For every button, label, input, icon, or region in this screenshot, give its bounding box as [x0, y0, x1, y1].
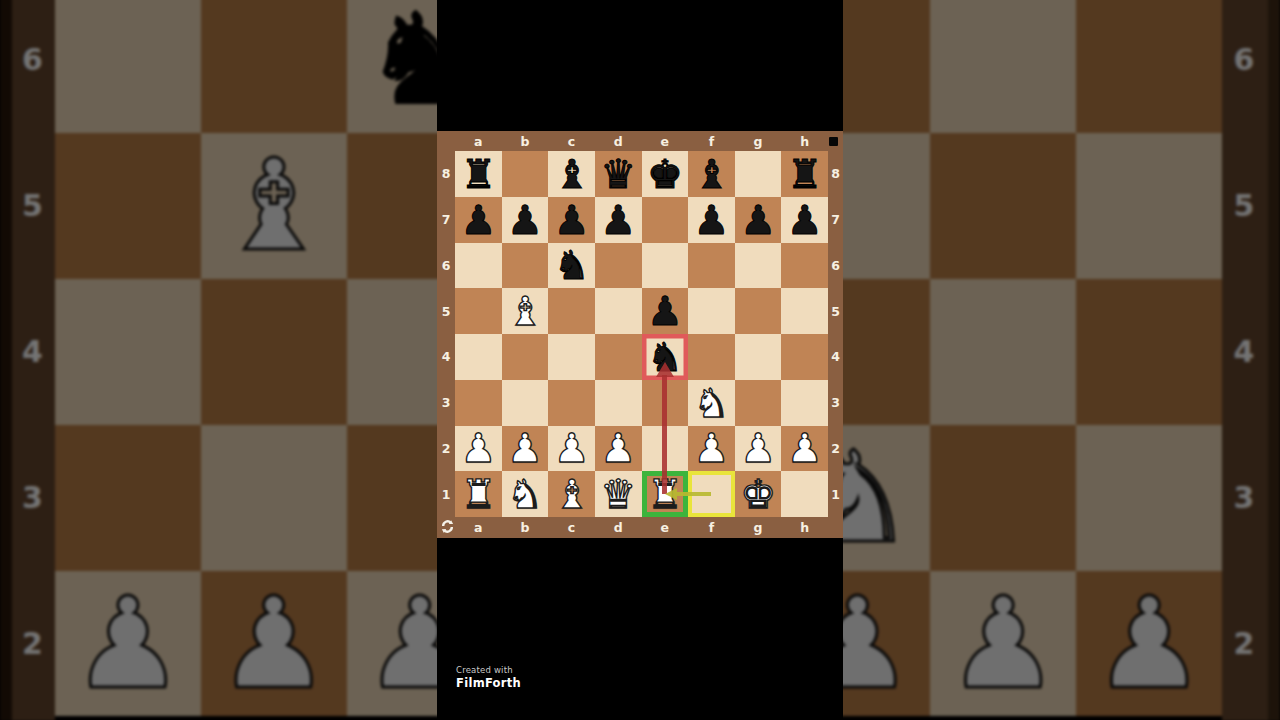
square-b5[interactable]: ♝ [502, 288, 549, 334]
square-a6[interactable] [455, 243, 502, 289]
piece-white-bishop[interactable]: ♝ [507, 291, 543, 331]
square-d7[interactable]: ♟ [595, 197, 642, 243]
square-d8[interactable]: ♛ [595, 151, 642, 197]
file-label-e: e [642, 517, 689, 538]
file-label-d: d [595, 517, 642, 538]
square-a7[interactable]: ♟ [455, 197, 502, 243]
file-label-h: h [781, 131, 828, 151]
file-label-a: a [455, 131, 502, 151]
square-b8[interactable] [502, 151, 549, 197]
square-f3[interactable]: ♞ [688, 380, 735, 426]
square-g4[interactable] [735, 334, 782, 380]
rank-label-5: 5 [828, 288, 843, 334]
piece-white-pawn[interactable]: ♟ [694, 428, 730, 468]
piece-white-king[interactable]: ♚ [740, 474, 776, 514]
rank-label-1: 1 [437, 471, 455, 517]
square-g8[interactable] [735, 151, 782, 197]
square-f5[interactable] [688, 288, 735, 334]
piece-white-pawn[interactable]: ♟ [787, 428, 823, 468]
piece-white-pawn[interactable]: ♟ [554, 428, 590, 468]
piece-black-rook[interactable]: ♜ [460, 154, 496, 194]
piece-white-pawn[interactable]: ♟ [740, 428, 776, 468]
video-column: abcdefgh abcdefgh 87654321 87654321 ♜♝♛♚… [437, 0, 843, 720]
file-label-f: f [688, 517, 735, 538]
piece-black-pawn[interactable]: ♟ [460, 200, 496, 240]
square-b3[interactable] [502, 380, 549, 426]
file-label-b: b [502, 131, 549, 151]
square-c8[interactable]: ♝ [548, 151, 595, 197]
square-g3[interactable] [735, 380, 782, 426]
file-labels-top: abcdefgh [455, 131, 828, 151]
square-f7[interactable]: ♟ [688, 197, 735, 243]
file-label-f: f [688, 131, 735, 151]
square-f6[interactable] [688, 243, 735, 289]
rank-label-8: 8 [828, 151, 843, 197]
arrow-e1-e4 [662, 375, 667, 494]
square-e7[interactable] [642, 197, 689, 243]
piece-white-pawn[interactable]: ♟ [600, 428, 636, 468]
square-a8[interactable]: ♜ [455, 151, 502, 197]
file-label-c: c [548, 517, 595, 538]
piece-black-king[interactable]: ♚ [647, 154, 683, 194]
square-b2[interactable]: ♟ [502, 426, 549, 472]
file-label-g: g [735, 131, 782, 151]
piece-black-knight[interactable]: ♞ [554, 245, 590, 285]
rank-label-4: 4 [437, 334, 455, 380]
square-h6[interactable] [781, 243, 828, 289]
watermark: Created with FilmForth [456, 665, 521, 690]
square-b6[interactable] [502, 243, 549, 289]
watermark-created-with: Created with [456, 665, 521, 675]
piece-black-rook[interactable]: ♜ [787, 154, 823, 194]
rank-label-6: 6 [828, 243, 843, 289]
piece-white-rook[interactable]: ♜ [460, 474, 496, 514]
rank-label-3: 3 [437, 380, 455, 426]
piece-black-pawn[interactable]: ♟ [600, 200, 636, 240]
square-c6[interactable]: ♞ [548, 243, 595, 289]
square-d2[interactable]: ♟ [595, 426, 642, 472]
square-d1[interactable]: ♛ [595, 471, 642, 517]
piece-black-pawn[interactable]: ♟ [787, 200, 823, 240]
arrow-e1-e4 [656, 362, 674, 377]
square-a2[interactable]: ♟ [455, 426, 502, 472]
square-h2[interactable]: ♟ [781, 426, 828, 472]
square-c1[interactable]: ♝ [548, 471, 595, 517]
square-e5[interactable]: ♟ [642, 288, 689, 334]
piece-black-pawn[interactable]: ♟ [647, 291, 683, 331]
square-b1[interactable]: ♞ [502, 471, 549, 517]
square-d4[interactable] [595, 334, 642, 380]
record-square-icon [829, 137, 838, 146]
square-g1[interactable]: ♚ [735, 471, 782, 517]
video-frame: ♞♝♞♟♟♟♟♟♟ 65432 65432 abcdefgh abcdefgh … [0, 0, 1280, 720]
square-h7[interactable]: ♟ [781, 197, 828, 243]
piece-white-knight[interactable]: ♞ [694, 383, 730, 423]
square-a3[interactable] [455, 380, 502, 426]
arrow-f1-e1 [665, 488, 677, 500]
piece-black-pawn[interactable]: ♟ [740, 200, 776, 240]
board-squares: ♜♝♛♚♝♜♟♟♟♟♟♟♟♞♝♟♞♞♟♟♟♟♟♟♟♜♞♝♛♜♚ [455, 151, 828, 517]
chess-board: abcdefgh abcdefgh 87654321 87654321 ♜♝♛♚… [437, 131, 843, 538]
piece-black-pawn[interactable]: ♟ [507, 200, 543, 240]
piece-black-bishop[interactable]: ♝ [554, 154, 590, 194]
square-h8[interactable]: ♜ [781, 151, 828, 197]
piece-black-queen[interactable]: ♛ [600, 154, 636, 194]
rank-label-1: 1 [828, 471, 843, 517]
file-label-d: d [595, 131, 642, 151]
file-label-b: b [502, 517, 549, 538]
rank-label-6: 6 [437, 243, 455, 289]
rank-label-3: 3 [828, 380, 843, 426]
square-c7[interactable]: ♟ [548, 197, 595, 243]
piece-white-queen[interactable]: ♛ [600, 474, 636, 514]
piece-black-bishop[interactable]: ♝ [694, 154, 730, 194]
piece-white-bishop[interactable]: ♝ [554, 474, 590, 514]
piece-black-pawn[interactable]: ♟ [554, 200, 590, 240]
square-c4[interactable] [548, 334, 595, 380]
square-d3[interactable] [595, 380, 642, 426]
square-c5[interactable] [548, 288, 595, 334]
square-e8[interactable]: ♚ [642, 151, 689, 197]
file-label-h: h [781, 517, 828, 538]
square-h3[interactable] [781, 380, 828, 426]
file-label-e: e [642, 131, 689, 151]
square-d6[interactable] [595, 243, 642, 289]
square-a5[interactable] [455, 288, 502, 334]
square-a4[interactable] [455, 334, 502, 380]
square-f4[interactable] [688, 334, 735, 380]
file-label-g: g [735, 517, 782, 538]
square-g6[interactable] [735, 243, 782, 289]
square-b4[interactable] [502, 334, 549, 380]
arrow-f1-e1 [677, 492, 712, 496]
square-c2[interactable]: ♟ [548, 426, 595, 472]
rank-labels-right: 87654321 [828, 151, 843, 517]
flip-board-icon[interactable] [440, 519, 455, 534]
square-a1[interactable]: ♜ [455, 471, 502, 517]
rank-label-8: 8 [437, 151, 455, 197]
square-h5[interactable] [781, 288, 828, 334]
square-g5[interactable] [735, 288, 782, 334]
watermark-filmforth: FilmForth [456, 676, 521, 690]
square-g7[interactable]: ♟ [735, 197, 782, 243]
rank-label-4: 4 [828, 334, 843, 380]
rank-label-7: 7 [828, 197, 843, 243]
square-f2[interactable]: ♟ [688, 426, 735, 472]
piece-white-pawn[interactable]: ♟ [507, 428, 543, 468]
square-d5[interactable] [595, 288, 642, 334]
square-b7[interactable]: ♟ [502, 197, 549, 243]
square-e6[interactable] [642, 243, 689, 289]
piece-white-knight[interactable]: ♞ [507, 474, 543, 514]
rank-label-5: 5 [437, 288, 455, 334]
square-h1[interactable] [781, 471, 828, 517]
file-label-a: a [455, 517, 502, 538]
square-g2[interactable]: ♟ [735, 426, 782, 472]
rank-label-2: 2 [437, 426, 455, 472]
piece-white-pawn[interactable]: ♟ [460, 428, 496, 468]
square-f8[interactable]: ♝ [688, 151, 735, 197]
rank-labels-left: 87654321 [437, 151, 455, 517]
square-c3[interactable] [548, 380, 595, 426]
piece-black-pawn[interactable]: ♟ [694, 200, 730, 240]
file-label-c: c [548, 131, 595, 151]
file-labels-bottom: abcdefgh [455, 517, 828, 538]
square-h4[interactable] [781, 334, 828, 380]
rank-label-7: 7 [437, 197, 455, 243]
rank-label-2: 2 [828, 426, 843, 472]
